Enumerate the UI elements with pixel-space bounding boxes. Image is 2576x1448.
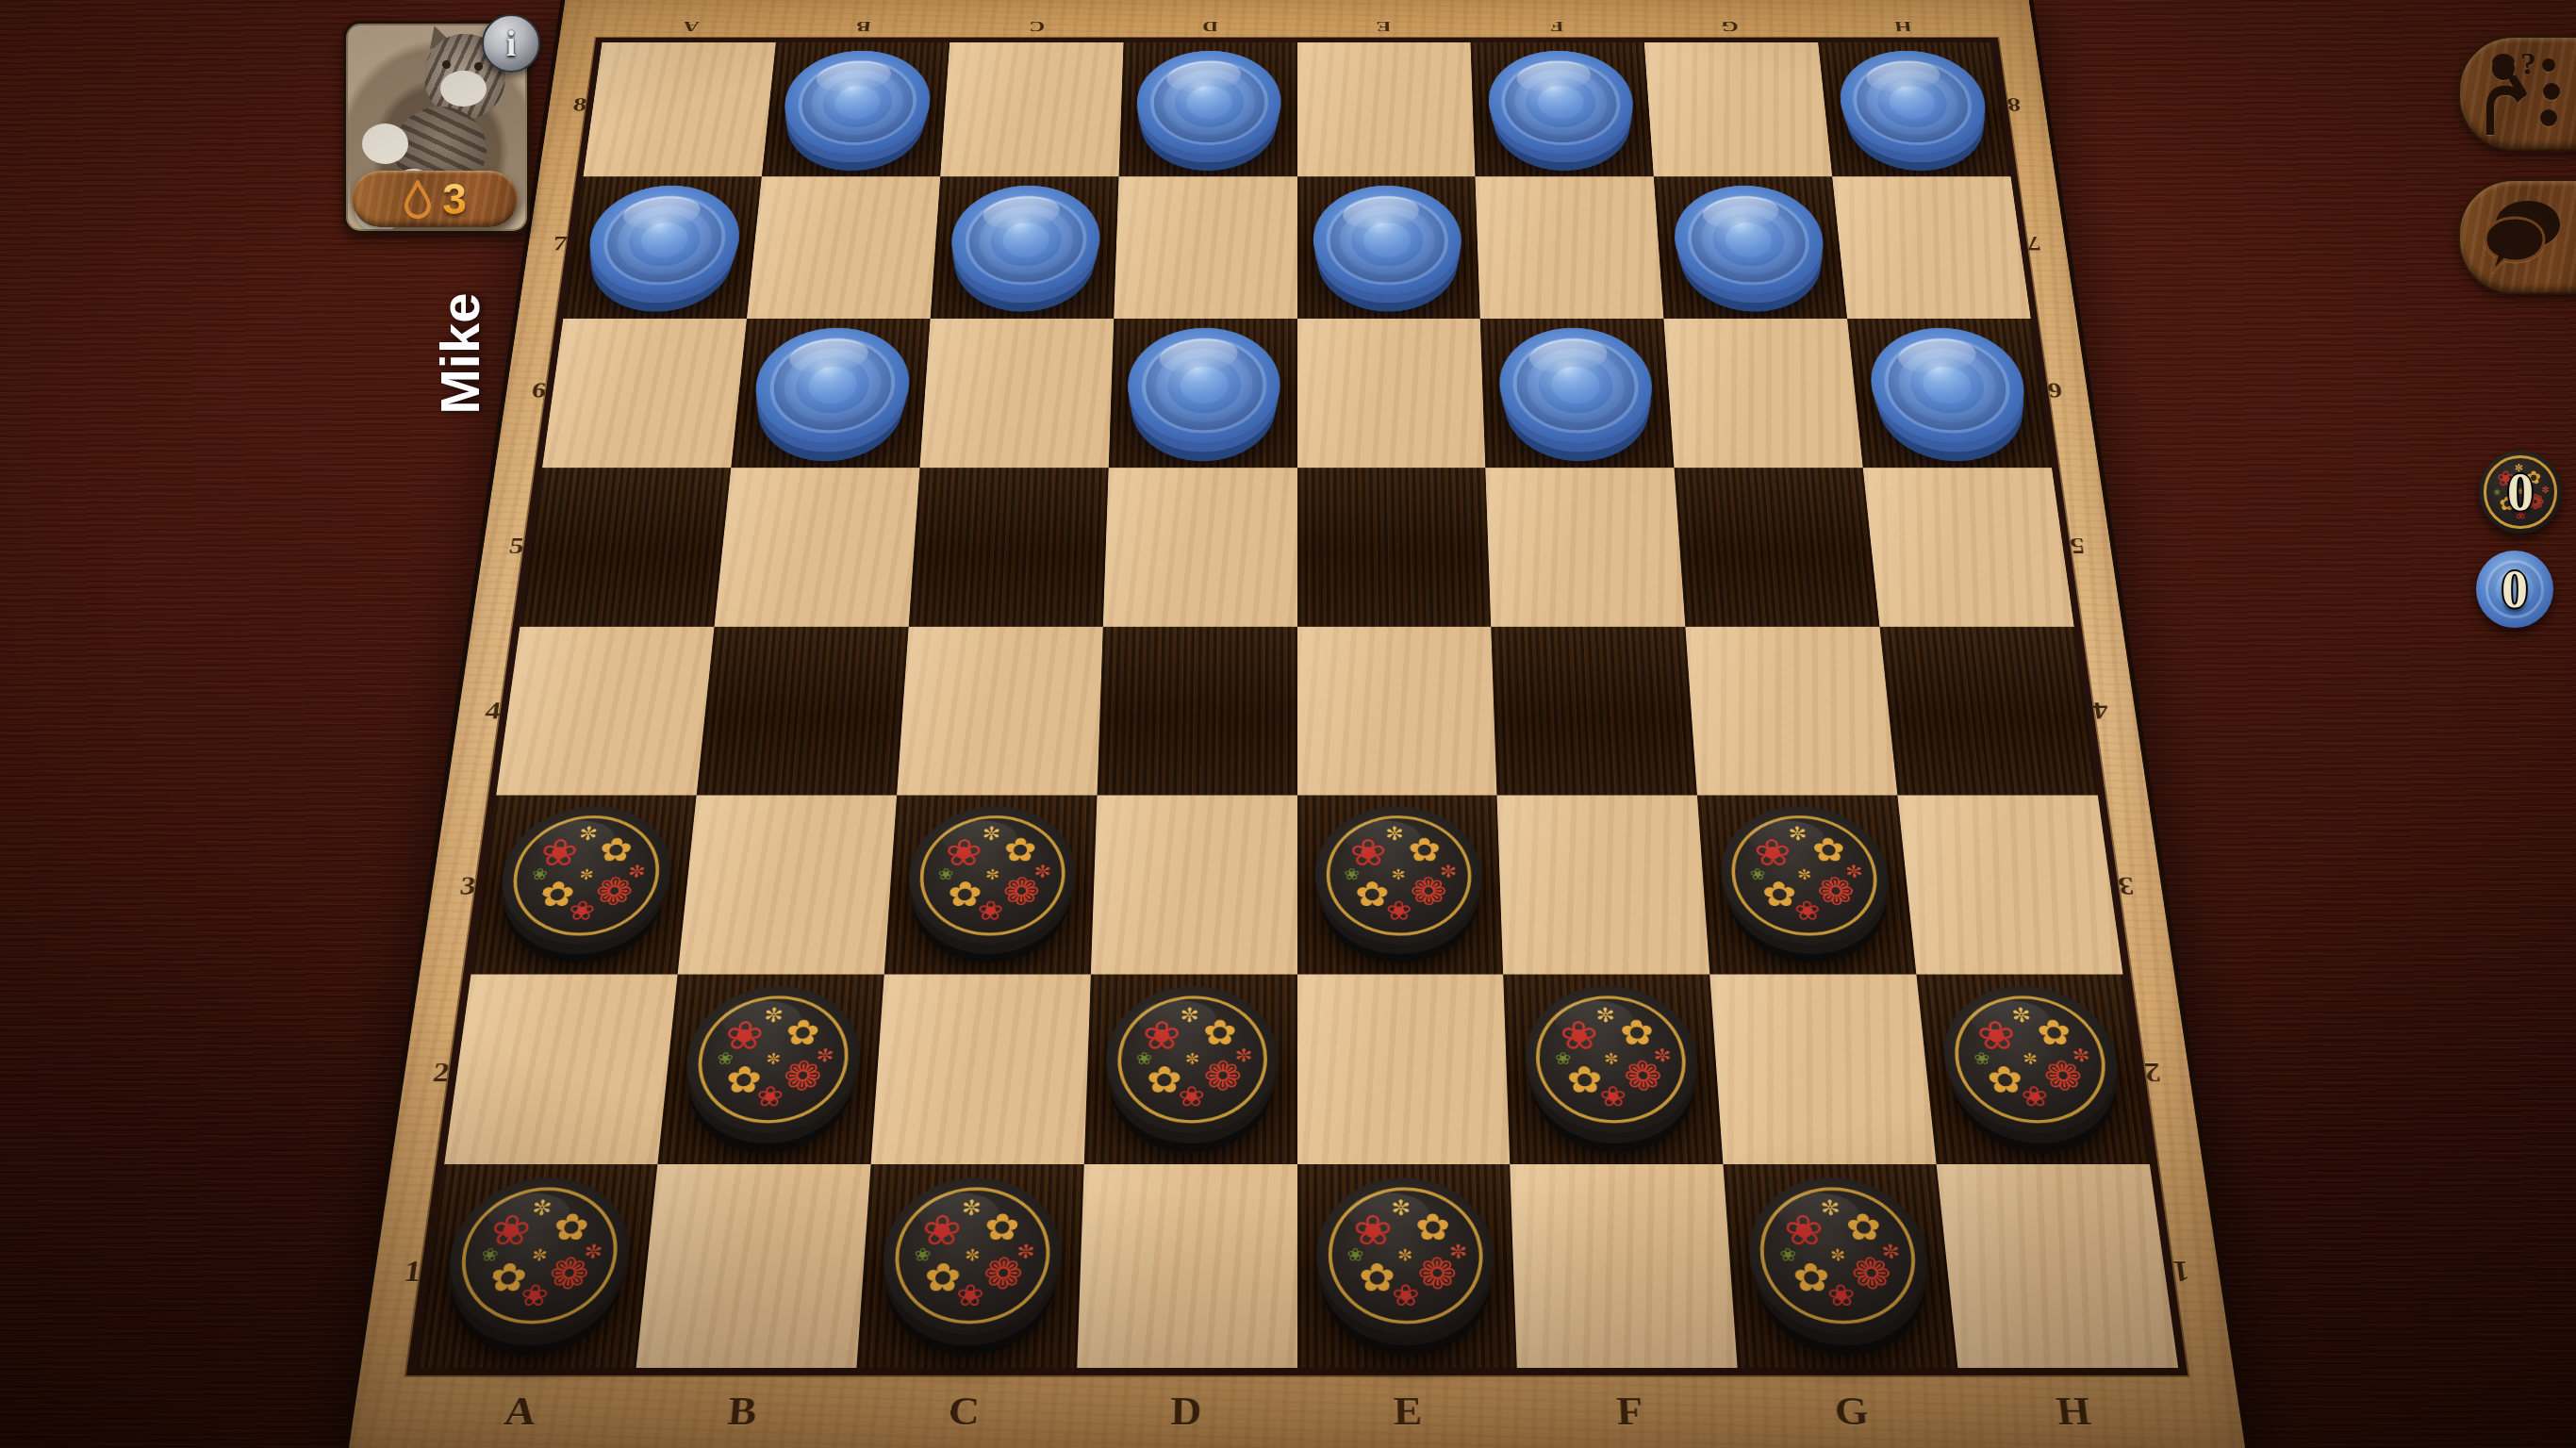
square-h7[interactable] xyxy=(1832,176,2030,318)
floral-ornament: ✿ xyxy=(1003,834,1038,866)
square-f1[interactable] xyxy=(1511,1164,1738,1368)
floral-ornament: ✼ xyxy=(1844,864,1863,880)
square-h5[interactable] xyxy=(1863,468,2074,626)
square-a5[interactable] xyxy=(520,468,731,626)
player-avatar[interactable]: 3 i xyxy=(343,21,530,234)
floral-ornament: ❁ xyxy=(983,1253,1024,1295)
square-g2[interactable] xyxy=(1709,974,1936,1164)
piece-floral-h2[interactable]: ❀✿❁✿❀✼✼❀✼ xyxy=(1937,986,2126,1133)
floral-ornament: ✿ xyxy=(784,1015,821,1050)
square-c7[interactable] xyxy=(930,176,1118,318)
floral-ornament: ❁ xyxy=(1410,873,1448,910)
floral-ornament: ✼ xyxy=(2022,1051,2039,1066)
file-label-top-a: A xyxy=(682,18,700,36)
floral-ornament: ✼ xyxy=(1595,1005,1615,1025)
square-a3[interactable]: ❀✿❁✿❀✼✼❀✼ xyxy=(471,795,697,974)
floral-ornament: ✼ xyxy=(965,1247,981,1263)
piece-blue-d8[interactable] xyxy=(1135,51,1281,155)
square-f3[interactable] xyxy=(1497,795,1710,974)
square-c3[interactable]: ❀✿❁✿❀✼✼❀✼ xyxy=(884,795,1098,974)
square-e4[interactable] xyxy=(1297,627,1497,796)
file-label-top-b: B xyxy=(856,18,872,36)
square-h1[interactable] xyxy=(1937,1164,2178,1368)
square-c4[interactable] xyxy=(897,627,1103,796)
floral-ornament: ✼ xyxy=(1235,1046,1253,1064)
square-d1[interactable] xyxy=(1077,1164,1297,1368)
floral-ornament: ❀ xyxy=(1344,867,1360,883)
file-label-bottom-g: G xyxy=(1833,1389,1871,1434)
floral-ornament: ❁ xyxy=(547,1253,592,1295)
blue-captured-counter: 0 xyxy=(2476,551,2553,628)
floral-ornament: ✿ xyxy=(1619,1015,1655,1050)
piece-floral-e3[interactable]: ❀✿❁✿❀✼✼❀✼ xyxy=(1315,807,1484,946)
floral-ornament: ✿ xyxy=(923,1258,962,1296)
blue-captured-count: 0 xyxy=(2502,559,2528,619)
square-g3[interactable]: ❀✿❁✿❀✼✼❀✼ xyxy=(1697,795,1916,974)
square-e3[interactable]: ❀✿❁✿❀✼✼❀✼ xyxy=(1297,795,1504,974)
floral-ornament: ✿ xyxy=(1844,1209,1883,1245)
square-a1[interactable]: ❀✿❁✿❀✼✼❀✼ xyxy=(416,1164,657,1368)
file-label-top-d: D xyxy=(1202,18,1218,36)
file-label-top-e: E xyxy=(1376,18,1391,36)
game-screen: ABCDEFGH ABCDEFGH 87654321 87654321 ❀✿❁✿… xyxy=(0,0,2576,1448)
piece-blue-f8[interactable] xyxy=(1487,51,1637,155)
floral-ornament: ✼ xyxy=(1653,1046,1672,1064)
square-a8[interactable] xyxy=(584,42,776,176)
chat-bubbles-icon xyxy=(2479,197,2569,276)
piece-blue-h8[interactable] xyxy=(1835,51,1991,155)
square-b7[interactable] xyxy=(747,176,940,318)
floral-ornament: ✼ xyxy=(1449,1242,1468,1262)
floral-ornament: ❀ xyxy=(480,1246,499,1264)
floral-ornament: ✿ xyxy=(1985,1061,2024,1098)
piece-blue-f6[interactable] xyxy=(1497,328,1656,444)
square-d3[interactable] xyxy=(1091,795,1297,974)
floral-ornament: ❁ xyxy=(782,1057,823,1096)
floral-ornament: ✼ xyxy=(1391,867,1406,881)
floral-ornament: ❁ xyxy=(1816,873,1857,910)
square-f5[interactable] xyxy=(1486,468,1686,626)
piece-blue-e7[interactable] xyxy=(1313,186,1463,295)
svg-text:?: ? xyxy=(2520,50,2536,81)
piece-blue-b8[interactable] xyxy=(780,51,933,155)
square-e5[interactable] xyxy=(1297,468,1492,626)
square-a4[interactable] xyxy=(496,627,714,796)
floral-ornament: ✼ xyxy=(1440,864,1458,880)
floral-ornament: ❀ xyxy=(1973,1050,1990,1067)
floral-ornament: ✼ xyxy=(1033,864,1051,880)
floral-ornament: ✿ xyxy=(2035,1015,2073,1050)
floral-ornament: ✼ xyxy=(961,1198,982,1219)
info-button[interactable]: i xyxy=(482,14,540,73)
floral-ornament: ✼ xyxy=(1788,825,1808,843)
floral-ornament: ✼ xyxy=(1184,1051,1199,1066)
square-c8[interactable] xyxy=(940,42,1123,176)
square-e1[interactable]: ❀✿❁✿❀✼✼❀✼ xyxy=(1297,1164,1518,1368)
square-b8[interactable] xyxy=(762,42,949,176)
floral-ornament: ❀ xyxy=(944,834,983,871)
floral-ornament: ✼ xyxy=(2072,1046,2091,1064)
floral-ornament: ❀ xyxy=(1793,898,1822,925)
floral-ornament: ✼ xyxy=(985,867,1000,881)
floral-ornament: ✼ xyxy=(1820,1198,1841,1219)
file-labels-top: ABCDEFGH xyxy=(603,0,1991,40)
floral-ornament: ❀ xyxy=(1555,1050,1572,1067)
square-e2[interactable] xyxy=(1297,974,1511,1164)
file-label-top-g: G xyxy=(1721,18,1740,36)
square-f4[interactable] xyxy=(1492,627,1698,796)
floral-ornament: ❁ xyxy=(1623,1057,1663,1096)
square-g8[interactable] xyxy=(1644,42,1832,176)
square-e6[interactable] xyxy=(1297,318,1486,468)
floral-ornament: ❀ xyxy=(488,1209,534,1251)
floral-ornament: ✿ xyxy=(947,877,983,911)
floral-ornament: ✿ xyxy=(724,1061,763,1098)
floral-ornament: ❀ xyxy=(538,834,580,871)
piece-floral-c1[interactable]: ❀✿❁✿❀✼✼❀✼ xyxy=(879,1177,1065,1335)
square-f7[interactable] xyxy=(1476,176,1664,318)
floral-ornament: ❁ xyxy=(1002,873,1042,910)
square-h6[interactable] xyxy=(1847,318,2052,468)
square-h3[interactable] xyxy=(1897,795,2122,974)
floral-ornament: ✿ xyxy=(1355,877,1390,911)
floral-ornament: ✿ xyxy=(983,1209,1020,1245)
square-h4[interactable] xyxy=(1880,627,2098,796)
floral-ornament: ❀ xyxy=(1347,1246,1364,1264)
square-g1[interactable]: ❀✿❁✿❀✼✼❀✼ xyxy=(1724,1164,1958,1368)
floral-ornament: ❀ xyxy=(977,898,1004,925)
piece-blue-b6[interactable] xyxy=(751,328,913,444)
square-d7[interactable] xyxy=(1114,176,1297,318)
floral-ornament: ❁ xyxy=(1850,1253,1894,1295)
file-label-top-f: F xyxy=(1549,18,1563,36)
square-c2[interactable] xyxy=(870,974,1090,1164)
piece-blue-a7[interactable] xyxy=(583,186,744,295)
floral-ornament: ❀ xyxy=(1599,1083,1627,1111)
floral-ornament: ✿ xyxy=(598,834,635,866)
square-c5[interactable] xyxy=(908,468,1108,626)
floral-ornament: ✼ xyxy=(627,864,646,880)
floral-ornament: ✼ xyxy=(982,825,1001,843)
file-label-bottom-b: B xyxy=(726,1389,759,1434)
floral-ornament: ✿ xyxy=(1415,1209,1451,1245)
floral-ornament: ❀ xyxy=(2020,1083,2050,1111)
square-d4[interactable] xyxy=(1097,627,1296,796)
piece-blue-d6[interactable] xyxy=(1126,328,1280,444)
piece-floral-a1[interactable]: ❀✿❁✿❀✼✼❀✼ xyxy=(440,1177,637,1335)
piece-floral-a3[interactable]: ❀✿❁✿❀✼✼❀✼ xyxy=(494,807,678,946)
square-a2[interactable] xyxy=(444,974,677,1164)
piece-blue-c7[interactable] xyxy=(949,186,1102,295)
floral-ornament: ✼ xyxy=(1385,825,1404,843)
square-f2[interactable]: ❀✿❁✿❀✼✼❀✼ xyxy=(1503,974,1723,1164)
floral-ornament: ❀ xyxy=(519,1281,550,1310)
floral-ornament: ❀ xyxy=(723,1016,766,1055)
floral-ornament: ❀ xyxy=(1779,1246,1797,1264)
square-e8[interactable] xyxy=(1297,42,1476,176)
piece-floral-c3[interactable]: ❀✿❁✿❀✼✼❀✼ xyxy=(904,807,1078,946)
square-e7[interactable] xyxy=(1297,176,1481,318)
floral-ornament: ❀ xyxy=(1975,1016,2019,1055)
chat-button[interactable] xyxy=(2458,179,2576,294)
square-a6[interactable] xyxy=(542,318,747,468)
player-name: Mike xyxy=(421,250,497,457)
square-d2[interactable]: ❀✿❁✿❀✼✼❀✼ xyxy=(1083,974,1296,1164)
floral-ornament: ✼ xyxy=(816,1046,834,1064)
file-label-bottom-e: E xyxy=(1394,1389,1423,1434)
floral-ornament: ❀ xyxy=(1142,1016,1181,1055)
floral-ornament: ❀ xyxy=(1392,1281,1420,1310)
floral-ornament: ❀ xyxy=(1386,898,1412,925)
file-label-bottom-f: F xyxy=(1615,1389,1643,1434)
person-question-icon: ? xyxy=(2479,50,2569,137)
floral-ornament: ✼ xyxy=(2010,1005,2032,1025)
floral-ornament: ❀ xyxy=(937,867,954,883)
file-label-bottom-h: H xyxy=(2054,1389,2092,1434)
player-resource-plaque: 3 xyxy=(352,171,518,227)
floral-ornament: ❀ xyxy=(1782,1209,1825,1251)
piece-floral-g1[interactable]: ❀✿❁✿❀✼✼❀✼ xyxy=(1743,1177,1935,1335)
floral-ornament: ✼ xyxy=(578,867,594,881)
square-g6[interactable] xyxy=(1664,318,1863,468)
floral-ornament: ❁ xyxy=(1417,1253,1458,1295)
square-f8[interactable] xyxy=(1471,42,1654,176)
floral-ornament: ✿ xyxy=(1408,834,1442,866)
floral-captured-count: 0 xyxy=(2507,462,2534,522)
floral-ornament: ✿ xyxy=(1792,1258,1832,1296)
floral-ornament: ✿ xyxy=(1146,1061,1182,1098)
floral-ornament: ❁ xyxy=(2041,1057,2085,1096)
resource-count: 3 xyxy=(442,173,467,224)
file-label-bottom-d: D xyxy=(1170,1389,1202,1434)
square-b3[interactable] xyxy=(678,795,897,974)
cat-eyes xyxy=(442,60,451,69)
floral-ornament: ✿ xyxy=(552,1209,591,1245)
square-g4[interactable] xyxy=(1686,627,1898,796)
floral-ornament: ✿ xyxy=(1566,1061,1604,1098)
square-g7[interactable] xyxy=(1654,176,1847,318)
floral-ornament: ✼ xyxy=(1397,1247,1413,1263)
floral-ornament: ❀ xyxy=(755,1083,784,1111)
floral-ornament: ❀ xyxy=(1749,867,1766,883)
floral-ornament: ❀ xyxy=(1826,1281,1857,1310)
file-label-top-c: C xyxy=(1029,18,1046,36)
floral-captured-counter: 0 ❀✿❁✿❀✼✼❀✼ xyxy=(2479,451,2562,534)
floral-ornament: ✼ xyxy=(531,1198,553,1219)
floral-ornament: ✼ xyxy=(1603,1051,1619,1066)
floral-ornament: ❀ xyxy=(1353,1209,1394,1251)
floral-ornament: ✿ xyxy=(1811,834,1847,866)
board-grid: ❀✿❁✿❀✼✼❀✼❀✿❁✿❀✼✼❀✼❀✿❁✿❀✼✼❀✼❀✿❁✿❀✼✼❀✼❀✿❁✿… xyxy=(406,38,2188,1375)
floral-ornament: ✼ xyxy=(1881,1242,1901,1262)
floral-ornament: ❀ xyxy=(531,867,549,883)
floral-ornament: ✿ xyxy=(487,1258,529,1296)
file-label-top-h: H xyxy=(1893,18,1912,36)
piece-floral-g3[interactable]: ❀✿❁✿❀✼✼❀✼ xyxy=(1716,807,1894,946)
piece-floral-e1[interactable]: ❀✿❁✿❀✼✼❀✼ xyxy=(1316,1177,1496,1335)
square-a7[interactable] xyxy=(563,176,761,318)
floral-ornament: ❀ xyxy=(1178,1083,1205,1111)
floral-ornament: ✿ xyxy=(1203,1015,1237,1050)
floral-ornament: ✿ xyxy=(1760,877,1798,911)
floral-ornament: ✿ xyxy=(537,877,576,911)
ask-opponent-button[interactable]: ? xyxy=(2458,36,2576,151)
piece-floral-d2[interactable]: ❀✿❁✿❀✼✼❀✼ xyxy=(1104,986,1279,1133)
piece-blue-g7[interactable] xyxy=(1671,186,1828,295)
floral-ornament: ✼ xyxy=(583,1242,603,1262)
square-d5[interactable] xyxy=(1102,468,1296,626)
square-b5[interactable] xyxy=(714,468,919,626)
floral-ornament: ❀ xyxy=(1136,1050,1153,1067)
square-d6[interactable] xyxy=(1108,318,1296,468)
floral-ornament: ❀ xyxy=(1753,834,1793,871)
square-h2[interactable]: ❀✿❁✿❀✼✼❀✼ xyxy=(1916,974,2149,1164)
square-g5[interactable] xyxy=(1675,468,1880,626)
board-scene: ABCDEFGH ABCDEFGH 87654321 87654321 ❀✿❁✿… xyxy=(342,0,2252,1448)
floral-ornament: ✼ xyxy=(2541,485,2549,495)
floral-ornament: ✼ xyxy=(763,1005,784,1025)
floral-ornament: ❀ xyxy=(2494,488,2502,497)
floral-ornament: ✼ xyxy=(1016,1242,1035,1262)
cat-muzzle xyxy=(440,71,487,107)
floral-ornament: ✼ xyxy=(531,1247,548,1263)
cat-paw xyxy=(362,123,408,164)
board-frame: ABCDEFGH ABCDEFGH 87654321 87654321 ❀✿❁✿… xyxy=(342,0,2252,1448)
square-h8[interactable] xyxy=(1818,42,2010,176)
floral-ornament: ❁ xyxy=(593,873,635,910)
floral-ornament: ❀ xyxy=(955,1281,984,1310)
file-label-bottom-c: C xyxy=(948,1389,982,1434)
floral-ornament: ❁ xyxy=(1203,1057,1243,1096)
floral-ornament: ✿ xyxy=(1359,1258,1396,1296)
floral-ornament: ❀ xyxy=(717,1050,735,1067)
square-b1[interactable] xyxy=(636,1164,870,1368)
floral-ornament: ✼ xyxy=(1180,1005,1199,1025)
square-b6[interactable] xyxy=(731,318,930,468)
piece-floral-f2[interactable]: ❀✿❁✿❀✼✼❀✼ xyxy=(1523,986,1702,1133)
piece-blue-h6[interactable] xyxy=(1865,328,2032,444)
drop-icon xyxy=(403,179,433,219)
floral-ornament: ✼ xyxy=(578,825,599,843)
file-labels-bottom: ABCDEFGH xyxy=(405,1377,2188,1445)
floral-ornament: ✼ xyxy=(1829,1247,1846,1263)
file-label-bottom-a: A xyxy=(502,1389,538,1434)
floral-ornament: ❀ xyxy=(921,1209,964,1251)
square-b2[interactable]: ❀✿❁✿❀✼✼❀✼ xyxy=(657,974,883,1164)
square-f6[interactable] xyxy=(1480,318,1675,468)
square-c1[interactable]: ❀✿❁✿❀✼✼❀✼ xyxy=(856,1164,1083,1368)
floral-ornament: ✼ xyxy=(766,1051,782,1066)
floral-ornament: ❀ xyxy=(1349,834,1387,871)
floral-ornament: ✼ xyxy=(1796,867,1812,881)
floral-ornament: ❀ xyxy=(914,1246,932,1264)
floral-ornament: ❀ xyxy=(1559,1016,1599,1055)
square-b4[interactable] xyxy=(697,627,909,796)
square-d8[interactable] xyxy=(1118,42,1296,176)
floral-ornament: ❀ xyxy=(568,898,597,925)
player-card: 3 i xyxy=(343,21,530,234)
piece-floral-b2[interactable]: ❀✿❁✿❀✼✼❀✼ xyxy=(680,986,865,1133)
floral-ornament: ✼ xyxy=(1391,1198,1411,1219)
square-c6[interactable] xyxy=(919,318,1114,468)
